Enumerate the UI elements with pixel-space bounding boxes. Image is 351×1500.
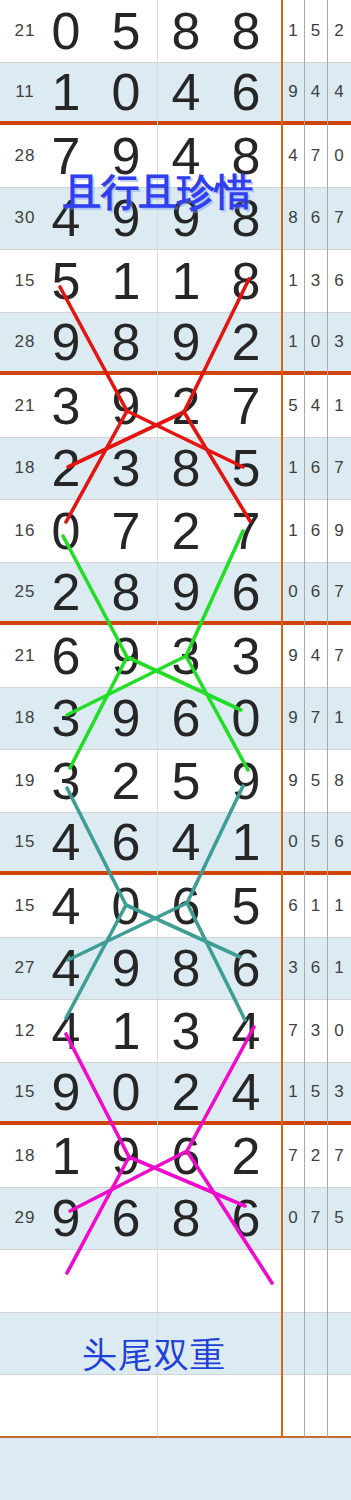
draw-digit-4: 8 bbox=[216, 0, 276, 62]
draw-digit-4: 0 bbox=[216, 688, 276, 750]
side-digit-1: 7 bbox=[282, 1125, 304, 1187]
side-digit-3: 7 bbox=[327, 563, 351, 622]
draw-digit-3: 8 bbox=[156, 938, 216, 1000]
row-sum-label: 15 bbox=[0, 813, 36, 872]
draw-digit-2: 9 bbox=[96, 375, 156, 437]
draw-digit-2: 9 bbox=[96, 625, 156, 687]
draw-row-21 bbox=[0, 1250, 351, 1313]
draw-digit-4: 6 bbox=[216, 563, 276, 622]
draw-digit-3 bbox=[156, 1375, 216, 1436]
side-digit-3: 8 bbox=[327, 750, 351, 812]
draw-digit-1: 9 bbox=[36, 1063, 96, 1122]
side-digit-1: 9 bbox=[282, 63, 304, 122]
draw-digit-4: 3 bbox=[216, 625, 276, 687]
draw-row-10: 252896067 bbox=[0, 563, 351, 626]
draw-digit-1: 6 bbox=[36, 625, 96, 687]
side-digit-2: 7 bbox=[304, 688, 327, 750]
draw-row-23 bbox=[0, 1375, 351, 1438]
draw-row-22 bbox=[0, 1313, 351, 1376]
draw-digit-1: 1 bbox=[36, 1125, 96, 1187]
side-digit-1: 0 bbox=[282, 563, 304, 622]
draw-row-13: 193259958 bbox=[0, 750, 351, 813]
side-digit-1: 4 bbox=[282, 125, 304, 187]
side-digit-3: 5 bbox=[327, 1188, 351, 1250]
draw-digit-4: 8 bbox=[216, 250, 276, 312]
side-digit-3: 4 bbox=[327, 63, 351, 122]
side-digit-3: 7 bbox=[327, 438, 351, 500]
row-sum-label: 15 bbox=[0, 250, 36, 312]
side-digit-2: 1 bbox=[304, 875, 327, 937]
side-digit-1 bbox=[282, 1313, 304, 1375]
draw-digit-1: 4 bbox=[36, 938, 96, 1000]
side-digit-2 bbox=[304, 1375, 327, 1436]
draw-digit-1 bbox=[36, 1438, 96, 1500]
side-digit-2: 5 bbox=[304, 813, 327, 872]
row-sum-label: 27 bbox=[0, 938, 36, 1000]
side-digit-2: 4 bbox=[304, 375, 327, 437]
side-digit-3: 1 bbox=[327, 375, 351, 437]
side-digit-3 bbox=[327, 1375, 351, 1436]
draw-digit-2 bbox=[96, 1438, 156, 1500]
side-digit-1: 1 bbox=[282, 250, 304, 312]
side-digit-2: 5 bbox=[304, 0, 327, 62]
draw-digit-3: 4 bbox=[156, 125, 216, 187]
side-digit-2: 3 bbox=[304, 250, 327, 312]
draw-row-7: 213927541 bbox=[0, 375, 351, 438]
draw-row-12: 183960971 bbox=[0, 688, 351, 751]
draw-digit-4 bbox=[216, 1250, 276, 1312]
draw-digit-1: 4 bbox=[36, 813, 96, 872]
row-sum-label: 21 bbox=[0, 375, 36, 437]
side-digit-1: 1 bbox=[282, 438, 304, 500]
row-sum-label: 18 bbox=[0, 1125, 36, 1187]
side-digit-1: 1 bbox=[282, 1063, 304, 1122]
draw-digit-4: 5 bbox=[216, 875, 276, 937]
draw-row-8: 182385167 bbox=[0, 438, 351, 501]
row-sum-label bbox=[0, 1250, 36, 1312]
draw-digit-4: 4 bbox=[216, 1000, 276, 1062]
draw-row-19: 181962727 bbox=[0, 1125, 351, 1188]
draw-digit-3: 8 bbox=[156, 1188, 216, 1250]
draw-digit-3: 9 bbox=[156, 313, 216, 372]
draw-digit-3: 8 bbox=[156, 438, 216, 500]
draw-digit-3: 9 bbox=[156, 188, 216, 250]
side-digit-3: 1 bbox=[327, 688, 351, 750]
draw-digit-1 bbox=[36, 1313, 96, 1375]
side-digit-1 bbox=[282, 1250, 304, 1312]
draw-digit-4: 7 bbox=[216, 500, 276, 562]
draw-digit-1: 5 bbox=[36, 250, 96, 312]
draw-row-17: 124134730 bbox=[0, 1000, 351, 1063]
row-sum-label: 21 bbox=[0, 625, 36, 687]
draw-digit-3: 3 bbox=[156, 1000, 216, 1062]
row-sum-label: 16 bbox=[0, 500, 36, 562]
draw-row-5: 155118136 bbox=[0, 250, 351, 313]
row-sum-label: 28 bbox=[0, 125, 36, 187]
draw-digit-1: 4 bbox=[36, 188, 96, 250]
draw-digit-3: 6 bbox=[156, 1125, 216, 1187]
draw-digit-2: 9 bbox=[96, 688, 156, 750]
draw-digit-3 bbox=[156, 1313, 216, 1375]
side-digit-1: 1 bbox=[282, 0, 304, 62]
draw-row-20: 299686075 bbox=[0, 1188, 351, 1251]
draw-digit-4: 8 bbox=[216, 125, 276, 187]
row-sum-label: 30 bbox=[0, 188, 36, 250]
draw-digit-2: 9 bbox=[96, 125, 156, 187]
side-digit-2: 3 bbox=[304, 1000, 327, 1062]
draw-row-14: 154641056 bbox=[0, 813, 351, 876]
draw-digit-4: 8 bbox=[216, 188, 276, 250]
row-sum-label: 29 bbox=[0, 1188, 36, 1250]
draw-digit-1: 1 bbox=[36, 63, 96, 122]
draw-row-9: 160727169 bbox=[0, 500, 351, 563]
draw-digit-2: 8 bbox=[96, 313, 156, 372]
draw-digit-3: 9 bbox=[156, 563, 216, 622]
draw-digit-4: 6 bbox=[216, 938, 276, 1000]
draw-digit-1: 4 bbox=[36, 875, 96, 937]
side-digit-3: 2 bbox=[327, 0, 351, 62]
draw-digit-3: 5 bbox=[156, 750, 216, 812]
side-digit-3 bbox=[327, 1438, 351, 1500]
draw-digit-4 bbox=[216, 1313, 276, 1375]
side-digit-2 bbox=[304, 1250, 327, 1312]
side-digit-2: 6 bbox=[304, 938, 327, 1000]
draw-digit-2: 3 bbox=[96, 438, 156, 500]
side-digit-1: 3 bbox=[282, 938, 304, 1000]
side-digit-3: 6 bbox=[327, 250, 351, 312]
draw-digit-2: 7 bbox=[96, 500, 156, 562]
draw-digit-2: 2 bbox=[96, 750, 156, 812]
draw-digit-4: 7 bbox=[216, 375, 276, 437]
draw-digit-1: 0 bbox=[36, 0, 96, 62]
side-digit-2: 5 bbox=[304, 750, 327, 812]
side-digit-1 bbox=[282, 1375, 304, 1436]
draw-digit-4: 5 bbox=[216, 438, 276, 500]
rows: 2105881521110469442879484703049988671551… bbox=[0, 0, 351, 1500]
draw-row-6: 289892103 bbox=[0, 313, 351, 376]
draw-digit-4: 2 bbox=[216, 313, 276, 372]
draw-digit-2: 9 bbox=[96, 188, 156, 250]
side-digit-1: 0 bbox=[282, 813, 304, 872]
side-digit-2 bbox=[304, 1438, 327, 1500]
draw-row-18: 159024153 bbox=[0, 1063, 351, 1126]
draw-row-2: 111046944 bbox=[0, 63, 351, 126]
side-digit-1: 8 bbox=[282, 188, 304, 250]
side-digit-1: 0 bbox=[282, 1188, 304, 1250]
draw-digit-2: 1 bbox=[96, 250, 156, 312]
side-digit-2: 6 bbox=[304, 563, 327, 622]
draw-digit-3: 6 bbox=[156, 688, 216, 750]
side-digit-3: 1 bbox=[327, 875, 351, 937]
lottery-trend-chart: 2105881521110469442879484703049988671551… bbox=[0, 0, 351, 1500]
side-digit-2: 7 bbox=[304, 1188, 327, 1250]
side-digit-3: 0 bbox=[327, 125, 351, 187]
draw-digit-1 bbox=[36, 1375, 96, 1436]
side-digit-3: 7 bbox=[327, 188, 351, 250]
draw-row-16: 274986361 bbox=[0, 938, 351, 1001]
draw-digit-2: 5 bbox=[96, 0, 156, 62]
draw-digit-1: 4 bbox=[36, 1000, 96, 1062]
draw-digit-3 bbox=[156, 1438, 216, 1500]
draw-digit-3: 4 bbox=[156, 63, 216, 122]
draw-digit-2 bbox=[96, 1313, 156, 1375]
draw-digit-2: 6 bbox=[96, 813, 156, 872]
draw-row-24 bbox=[0, 1438, 351, 1500]
side-digit-3: 1 bbox=[327, 938, 351, 1000]
row-sum-label: 19 bbox=[0, 750, 36, 812]
row-sum-label: 18 bbox=[0, 438, 36, 500]
draw-digit-2: 6 bbox=[96, 1188, 156, 1250]
draw-digit-1: 3 bbox=[36, 750, 96, 812]
row-sum-label: 21 bbox=[0, 0, 36, 62]
side-digit-1: 7 bbox=[282, 1000, 304, 1062]
draw-digit-1: 2 bbox=[36, 563, 96, 622]
side-digit-3: 7 bbox=[327, 625, 351, 687]
draw-digit-2: 0 bbox=[96, 875, 156, 937]
side-digit-3: 0 bbox=[327, 1000, 351, 1062]
draw-digit-4: 2 bbox=[216, 1125, 276, 1187]
draw-digit-1: 3 bbox=[36, 688, 96, 750]
draw-digit-4 bbox=[216, 1438, 276, 1500]
draw-row-4: 304998867 bbox=[0, 188, 351, 251]
side-digit-2: 7 bbox=[304, 125, 327, 187]
side-digit-3: 6 bbox=[327, 813, 351, 872]
draw-digit-1: 0 bbox=[36, 500, 96, 562]
draw-digit-3: 1 bbox=[156, 250, 216, 312]
draw-digit-4: 9 bbox=[216, 750, 276, 812]
row-sum-label bbox=[0, 1375, 36, 1436]
row-sum-label: 15 bbox=[0, 1063, 36, 1122]
side-digit-2: 4 bbox=[304, 625, 327, 687]
side-digit-1: 1 bbox=[282, 313, 304, 372]
row-sum-label: 18 bbox=[0, 688, 36, 750]
side-digit-2: 6 bbox=[304, 438, 327, 500]
side-digit-2: 2 bbox=[304, 1125, 327, 1187]
draw-digit-2 bbox=[96, 1250, 156, 1312]
side-digit-1 bbox=[282, 1438, 304, 1500]
draw-digit-2: 9 bbox=[96, 938, 156, 1000]
draw-digit-2: 0 bbox=[96, 63, 156, 122]
draw-digit-1: 9 bbox=[36, 1188, 96, 1250]
draw-digit-3: 4 bbox=[156, 813, 216, 872]
row-sum-label bbox=[0, 1438, 36, 1500]
row-sum-label: 12 bbox=[0, 1000, 36, 1062]
draw-row-11: 216933947 bbox=[0, 625, 351, 688]
row-sum-label: 28 bbox=[0, 313, 36, 372]
draw-digit-3: 3 bbox=[156, 625, 216, 687]
side-digit-3: 3 bbox=[327, 1063, 351, 1122]
side-digit-1: 9 bbox=[282, 688, 304, 750]
draw-digit-3: 6 bbox=[156, 875, 216, 937]
row-sum-label: 25 bbox=[0, 563, 36, 622]
side-digit-3: 7 bbox=[327, 1125, 351, 1187]
draw-digit-4: 1 bbox=[216, 813, 276, 872]
row-sum-label: 11 bbox=[0, 63, 36, 122]
draw-digit-1 bbox=[36, 1250, 96, 1312]
side-digit-1: 5 bbox=[282, 375, 304, 437]
side-digit-2: 5 bbox=[304, 1063, 327, 1122]
draw-digit-1: 7 bbox=[36, 125, 96, 187]
draw-digit-4: 4 bbox=[216, 1063, 276, 1122]
side-digit-3 bbox=[327, 1313, 351, 1375]
draw-digit-3: 2 bbox=[156, 1063, 216, 1122]
side-digit-2: 4 bbox=[304, 63, 327, 122]
row-sum-label: 15 bbox=[0, 875, 36, 937]
side-digit-3: 9 bbox=[327, 500, 351, 562]
side-digit-2: 6 bbox=[304, 188, 327, 250]
draw-digit-2 bbox=[96, 1375, 156, 1436]
draw-digit-1: 3 bbox=[36, 375, 96, 437]
draw-row-1: 210588152 bbox=[0, 0, 351, 63]
side-digit-1: 9 bbox=[282, 750, 304, 812]
side-digit-1: 6 bbox=[282, 875, 304, 937]
side-digit-3: 3 bbox=[327, 313, 351, 372]
row-sum-label bbox=[0, 1313, 36, 1375]
draw-row-3: 287948470 bbox=[0, 125, 351, 188]
draw-digit-3: 2 bbox=[156, 500, 216, 562]
side-digit-2: 6 bbox=[304, 500, 327, 562]
draw-digit-2: 8 bbox=[96, 563, 156, 622]
draw-digit-1: 9 bbox=[36, 313, 96, 372]
draw-digit-3: 2 bbox=[156, 375, 216, 437]
draw-digit-3: 8 bbox=[156, 0, 216, 62]
draw-digit-2: 9 bbox=[96, 1125, 156, 1187]
side-digit-1: 1 bbox=[282, 500, 304, 562]
draw-digit-4: 6 bbox=[216, 63, 276, 122]
draw-digit-2: 0 bbox=[96, 1063, 156, 1122]
side-digit-3 bbox=[327, 1250, 351, 1312]
draw-digit-4: 6 bbox=[216, 1188, 276, 1250]
side-digit-2 bbox=[304, 1313, 327, 1375]
side-digit-1: 9 bbox=[282, 625, 304, 687]
draw-digit-4 bbox=[216, 1375, 276, 1436]
draw-digit-3 bbox=[156, 1250, 216, 1312]
draw-digit-1: 2 bbox=[36, 438, 96, 500]
draw-row-15: 154065611 bbox=[0, 875, 351, 938]
draw-digit-2: 1 bbox=[96, 1000, 156, 1062]
side-digit-2: 0 bbox=[304, 313, 327, 372]
